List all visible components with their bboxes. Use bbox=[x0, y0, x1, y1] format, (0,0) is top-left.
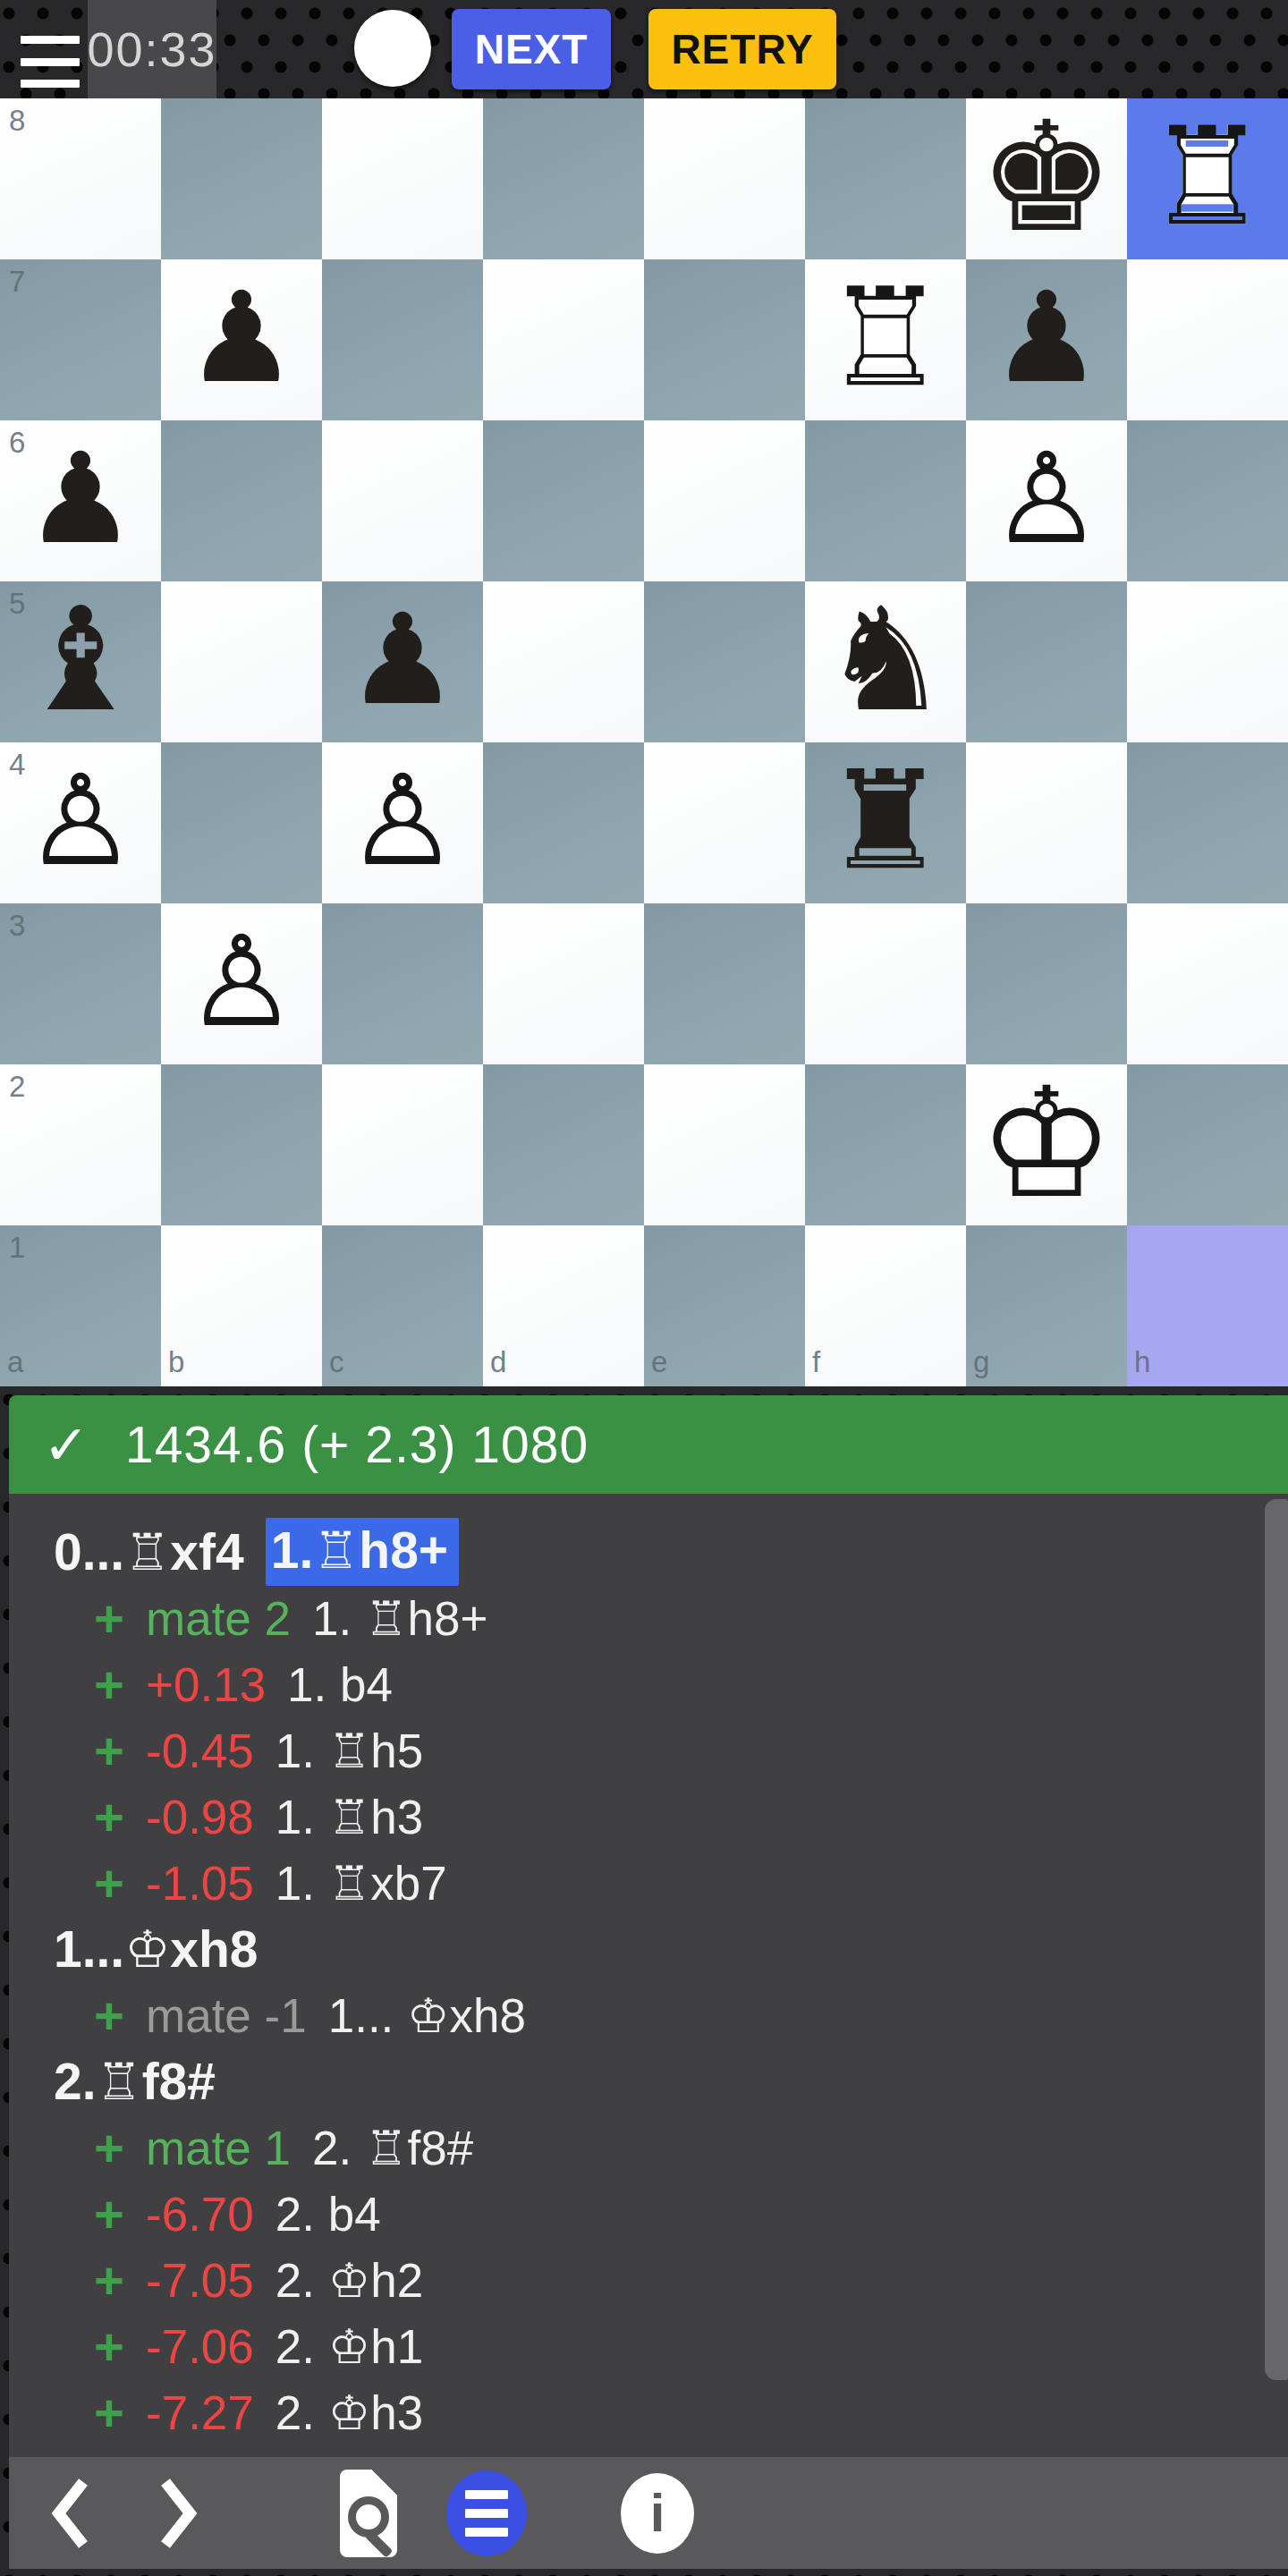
side-to-move-indicator bbox=[354, 10, 431, 87]
square-f2[interactable] bbox=[805, 1064, 966, 1225]
square-g8[interactable]: ♚ bbox=[966, 98, 1127, 259]
variation-move[interactable]: 1. ♖xb7 bbox=[275, 1856, 447, 1911]
square-a5[interactable]: ♝ bbox=[0, 581, 161, 742]
current-move[interactable]: 1.♖h8+ bbox=[266, 1518, 459, 1586]
expand-plus-icon[interactable]: + bbox=[94, 1986, 146, 2046]
analysis-line[interactable]: +-6.702. b4 bbox=[9, 2181, 1288, 2247]
expand-plus-icon[interactable]: + bbox=[94, 1589, 146, 1648]
next-button[interactable]: NEXT bbox=[452, 9, 611, 89]
white-p-piece: ♙ bbox=[322, 742, 483, 903]
black-r-piece: ♜ bbox=[805, 742, 966, 903]
square-h8[interactable]: ♜♖ bbox=[1127, 98, 1288, 259]
variation-move[interactable]: 1. ♖h5 bbox=[275, 1724, 423, 1778]
square-h4[interactable] bbox=[1127, 742, 1288, 903]
white-r-piece: ♖ bbox=[1127, 98, 1288, 259]
expand-plus-icon[interactable]: + bbox=[94, 2383, 146, 2443]
square-f1[interactable] bbox=[805, 1225, 966, 1386]
analysis-line[interactable]: 2.♖f8# bbox=[9, 2048, 1288, 2114]
rating-text: 1434.6 (+ 2.3) 1080 bbox=[125, 1415, 589, 1474]
scrollbar-thumb[interactable] bbox=[1265, 1499, 1288, 2380]
expand-plus-icon[interactable]: + bbox=[94, 2317, 146, 2377]
square-b2[interactable] bbox=[161, 1064, 322, 1225]
square-c1[interactable] bbox=[322, 1225, 483, 1386]
square-a2[interactable] bbox=[0, 1064, 161, 1225]
engine-eval: mate -1 bbox=[146, 1988, 307, 2043]
square-c6[interactable] bbox=[322, 420, 483, 581]
square-b1[interactable] bbox=[161, 1225, 322, 1386]
puzzle-timer: 00:33 bbox=[88, 0, 216, 98]
black-b-piece: ♝ bbox=[0, 581, 161, 742]
square-a6[interactable]: ♟ bbox=[0, 420, 161, 581]
expand-plus-icon[interactable]: + bbox=[94, 1721, 146, 1781]
check-icon: ✓ bbox=[43, 1412, 89, 1478]
mainline-move[interactable]: 1...♔xh8 bbox=[54, 1919, 258, 1979]
square-f8[interactable] bbox=[805, 98, 966, 259]
analysis-panel: 0...♖xf41.♖h8++mate 21. ♖h8+++0.131. b4+… bbox=[9, 1494, 1288, 2457]
analysis-line[interactable]: +-7.062. ♔h1 bbox=[9, 2313, 1288, 2379]
square-f3[interactable] bbox=[805, 903, 966, 1064]
square-d8[interactable] bbox=[483, 98, 644, 259]
square-c3[interactable] bbox=[322, 903, 483, 1064]
expand-plus-icon[interactable]: + bbox=[94, 2184, 146, 2244]
variation-move[interactable]: 2. ♔h3 bbox=[275, 2385, 423, 2440]
square-c2[interactable] bbox=[322, 1064, 483, 1225]
square-g1[interactable] bbox=[966, 1225, 1127, 1386]
black-k-piece: ♚ bbox=[966, 98, 1127, 259]
black-p-piece: ♟ bbox=[322, 581, 483, 742]
square-d5[interactable] bbox=[483, 581, 644, 742]
square-b3[interactable]: ♟♙ bbox=[161, 903, 322, 1064]
square-h5[interactable] bbox=[1127, 581, 1288, 742]
square-e6[interactable] bbox=[644, 420, 805, 581]
square-h3[interactable] bbox=[1127, 903, 1288, 1064]
black-p-piece: ♟ bbox=[966, 259, 1127, 420]
square-d3[interactable] bbox=[483, 903, 644, 1064]
black-p-piece: ♟ bbox=[0, 420, 161, 581]
square-g2[interactable]: ♚♔ bbox=[966, 1064, 1127, 1225]
move-list-icon[interactable] bbox=[446, 2470, 527, 2556]
square-a4[interactable]: ♟♙ bbox=[0, 742, 161, 903]
white-p-piece: ♙ bbox=[0, 742, 161, 903]
variation-move[interactable]: 2. ♔h1 bbox=[275, 2319, 423, 2374]
square-h7[interactable] bbox=[1127, 259, 1288, 420]
square-h1[interactable] bbox=[1127, 1225, 1288, 1386]
analysis-line[interactable]: +mate 21. ♖h8+ bbox=[9, 1585, 1288, 1651]
square-f5[interactable]: ♞ bbox=[805, 581, 966, 742]
engine-eval: -7.27 bbox=[146, 2385, 254, 2440]
forward-icon[interactable] bbox=[152, 2470, 206, 2556]
square-e7[interactable] bbox=[644, 259, 805, 420]
square-b7[interactable]: ♟ bbox=[161, 259, 322, 420]
engine-eval: -0.45 bbox=[146, 1724, 254, 1778]
square-d7[interactable] bbox=[483, 259, 644, 420]
square-e4[interactable] bbox=[644, 742, 805, 903]
square-e8[interactable] bbox=[644, 98, 805, 259]
square-f6[interactable] bbox=[805, 420, 966, 581]
square-c4[interactable]: ♟♙ bbox=[322, 742, 483, 903]
mainline-move[interactable]: 0...♖xf4 bbox=[54, 1522, 244, 1581]
expand-plus-icon[interactable]: + bbox=[94, 2118, 146, 2178]
analysis-line[interactable]: +-7.272. ♔h3 bbox=[9, 2379, 1288, 2445]
expand-plus-icon[interactable]: + bbox=[94, 1655, 146, 1715]
variation-move[interactable]: 2. b4 bbox=[275, 2187, 381, 2241]
analysis-line[interactable]: +-1.051. ♖xb7 bbox=[9, 1850, 1288, 1916]
square-g7[interactable]: ♟ bbox=[966, 259, 1127, 420]
square-g3[interactable] bbox=[966, 903, 1127, 1064]
variation-move[interactable]: 1... ♔xh8 bbox=[328, 1988, 526, 2043]
engine-eval: -1.05 bbox=[146, 1856, 254, 1911]
expand-plus-icon[interactable]: + bbox=[94, 1853, 146, 1913]
white-p-piece: ♙ bbox=[966, 420, 1127, 581]
square-e5[interactable] bbox=[644, 581, 805, 742]
square-a7[interactable] bbox=[0, 259, 161, 420]
variation-move[interactable]: 1. ♖h8+ bbox=[312, 1591, 487, 1646]
analysis-line[interactable]: ++0.131. b4 bbox=[9, 1651, 1288, 1717]
square-b5[interactable] bbox=[161, 581, 322, 742]
mainline-move[interactable]: 2.♖f8# bbox=[54, 2052, 216, 2111]
square-a3[interactable] bbox=[0, 903, 161, 1064]
square-a1[interactable] bbox=[0, 1225, 161, 1386]
retry-button[interactable]: RETRY bbox=[648, 9, 836, 89]
engine-eval: -6.70 bbox=[146, 2187, 254, 2241]
back-icon[interactable] bbox=[43, 2470, 97, 2556]
square-d6[interactable] bbox=[483, 420, 644, 581]
engine-eval: -7.05 bbox=[146, 2253, 254, 2308]
info-icon[interactable]: i bbox=[621, 2473, 694, 2554]
analysis-line[interactable]: +mate -11... ♔xh8 bbox=[9, 1982, 1288, 2048]
square-c5[interactable]: ♟ bbox=[322, 581, 483, 742]
square-b6[interactable] bbox=[161, 420, 322, 581]
analysis-line[interactable]: +-0.981. ♖h3 bbox=[9, 1784, 1288, 1850]
variation-move[interactable]: 1. b4 bbox=[287, 1657, 393, 1712]
variation-move[interactable]: 2. ♔h2 bbox=[275, 2253, 423, 2308]
square-d4[interactable] bbox=[483, 742, 644, 903]
lower-section: ✓ 1434.6 (+ 2.3) 1080 0...♖xf41.♖h8++mat… bbox=[0, 1386, 1288, 2576]
square-e3[interactable] bbox=[644, 903, 805, 1064]
engine-eval: +0.13 bbox=[146, 1657, 266, 1712]
square-b8[interactable] bbox=[161, 98, 322, 259]
black-n-piece: ♞ bbox=[805, 581, 966, 742]
white-p-piece: ♙ bbox=[161, 903, 322, 1064]
square-e1[interactable] bbox=[644, 1225, 805, 1386]
white-k-piece: ♔ bbox=[966, 1064, 1127, 1225]
square-c8[interactable] bbox=[322, 98, 483, 259]
square-e2[interactable] bbox=[644, 1064, 805, 1225]
square-g4[interactable] bbox=[966, 742, 1127, 903]
analysis-line[interactable]: +-0.451. ♖h5 bbox=[9, 1717, 1288, 1784]
square-f4[interactable]: ♜ bbox=[805, 742, 966, 903]
square-d2[interactable] bbox=[483, 1064, 644, 1225]
variation-move[interactable]: 1. ♖h3 bbox=[275, 1790, 423, 1844]
top-bar: 00:33 NEXT RETRY bbox=[0, 0, 1288, 98]
analysis-line[interactable]: +mate 12. ♖f8# bbox=[9, 2114, 1288, 2181]
engine-eval: mate 2 bbox=[146, 1591, 291, 1646]
analysis-line[interactable]: +-7.052. ♔h2 bbox=[9, 2247, 1288, 2313]
white-r-piece: ♖ bbox=[805, 259, 966, 420]
square-b4[interactable] bbox=[161, 742, 322, 903]
square-h2[interactable] bbox=[1127, 1064, 1288, 1225]
black-p-piece: ♟ bbox=[161, 259, 322, 420]
variation-move[interactable]: 2. ♖f8# bbox=[312, 2121, 473, 2175]
square-f7[interactable]: ♜♖ bbox=[805, 259, 966, 420]
analysis-line[interactable]: 0...♖xf41.♖h8+ bbox=[9, 1519, 1288, 1585]
engine-eval: mate 1 bbox=[146, 2121, 291, 2175]
square-h6[interactable] bbox=[1127, 420, 1288, 581]
bottom-toolbar: i bbox=[9, 2457, 1288, 2569]
expand-plus-icon[interactable]: + bbox=[94, 1787, 146, 1847]
square-g5[interactable] bbox=[966, 581, 1127, 742]
menu-icon[interactable] bbox=[21, 36, 80, 88]
chess-board[interactable]: ♚♜♖♟♜♖♟♟♟♙♝♟♞♟♙♟♙♜♟♙♚♔87654321abcdefgh bbox=[0, 98, 1288, 1386]
status-bar: ✓ 1434.6 (+ 2.3) 1080 bbox=[9, 1395, 1288, 1494]
expand-plus-icon[interactable]: + bbox=[94, 2250, 146, 2310]
square-d1[interactable] bbox=[483, 1225, 644, 1386]
square-g6[interactable]: ♟♙ bbox=[966, 420, 1127, 581]
analysis-line[interactable]: 1...♔xh8 bbox=[9, 1916, 1288, 1982]
analyze-document-icon[interactable] bbox=[340, 2470, 397, 2557]
engine-eval: -0.98 bbox=[146, 1790, 254, 1844]
square-a8[interactable] bbox=[0, 98, 161, 259]
square-c7[interactable] bbox=[322, 259, 483, 420]
engine-eval: -7.06 bbox=[146, 2319, 254, 2374]
